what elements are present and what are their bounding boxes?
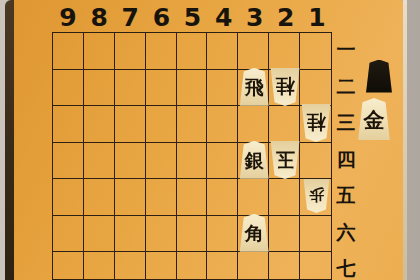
- column-label-7: 7: [114, 4, 145, 31]
- square-2-7[interactable]: [269, 252, 300, 280]
- piece-gote-pawn-15[interactable]: 歩: [303, 179, 330, 213]
- row-labels: 一二三四五六七: [334, 32, 358, 280]
- square-4-4[interactable]: [207, 143, 238, 180]
- square-2-1[interactable]: [269, 33, 300, 70]
- square-1-7[interactable]: [300, 252, 331, 280]
- piece-sente-silver-34[interactable]: 銀: [239, 141, 269, 179]
- square-5-1[interactable]: [177, 33, 208, 70]
- row-label-1: 一: [334, 32, 358, 69]
- square-5-4[interactable]: [177, 143, 208, 180]
- column-label-8: 8: [83, 4, 114, 31]
- piece-kanji: 桂: [307, 109, 326, 135]
- column-label-2: 2: [270, 4, 301, 31]
- square-4-6[interactable]: [207, 216, 238, 253]
- square-8-2[interactable]: [84, 70, 115, 107]
- column-label-9: 9: [52, 4, 83, 31]
- square-1-6[interactable]: [300, 216, 331, 253]
- piece-kanji: 銀: [245, 148, 264, 174]
- row-label-2: 二: [334, 69, 358, 106]
- square-9-3[interactable]: [53, 106, 84, 143]
- row-label-6: 六: [334, 215, 358, 252]
- piece-sente-rook-32[interactable]: 飛: [239, 68, 269, 106]
- square-6-5[interactable]: [146, 179, 177, 216]
- column-label-6: 6: [145, 4, 176, 31]
- square-6-6[interactable]: [146, 216, 177, 253]
- square-3-5[interactable]: [238, 179, 269, 216]
- column-labels: 987654321: [52, 4, 332, 31]
- column-label-1: 1: [301, 4, 332, 31]
- square-8-5[interactable]: [84, 179, 115, 216]
- square-4-5[interactable]: [207, 179, 238, 216]
- square-7-6[interactable]: [115, 216, 146, 253]
- square-6-2[interactable]: [146, 70, 177, 107]
- square-5-5[interactable]: [177, 179, 208, 216]
- square-5-2[interactable]: [177, 70, 208, 107]
- piece-kanji: 飛: [245, 75, 264, 101]
- square-3-3[interactable]: [238, 106, 269, 143]
- row-label-4: 四: [334, 142, 358, 179]
- piece-sente-gold-in-hand[interactable]: 金: [358, 98, 391, 140]
- square-1-2[interactable]: [300, 70, 331, 107]
- square-7-5[interactable]: [115, 179, 146, 216]
- square-9-1[interactable]: [53, 33, 84, 70]
- piece-kanji: 歩: [309, 186, 324, 205]
- piece-sente-bishop-36[interactable]: 角: [239, 214, 269, 252]
- square-9-5[interactable]: [53, 179, 84, 216]
- square-8-3[interactable]: [84, 106, 115, 143]
- square-7-7[interactable]: [115, 252, 146, 280]
- square-7-3[interactable]: [115, 106, 146, 143]
- square-6-7[interactable]: [146, 252, 177, 280]
- board-left-edge: [5, 0, 14, 280]
- square-7-4[interactable]: [115, 143, 146, 180]
- square-4-2[interactable]: [207, 70, 238, 107]
- square-6-4[interactable]: [146, 143, 177, 180]
- square-3-1[interactable]: [238, 33, 269, 70]
- column-label-5: 5: [176, 4, 207, 31]
- board-right-edge: [403, 0, 407, 280]
- square-9-2[interactable]: [53, 70, 84, 107]
- row-label-3: 三: [334, 105, 358, 142]
- row-label-5: 五: [334, 178, 358, 215]
- square-5-3[interactable]: [177, 106, 208, 143]
- square-4-7[interactable]: [207, 252, 238, 280]
- square-8-6[interactable]: [84, 216, 115, 253]
- square-4-3[interactable]: [207, 106, 238, 143]
- square-9-4[interactable]: [53, 143, 84, 180]
- square-5-7[interactable]: [177, 252, 208, 280]
- piece-kanji: 玉: [276, 146, 295, 172]
- square-9-6[interactable]: [53, 216, 84, 253]
- square-1-1[interactable]: [300, 33, 331, 70]
- square-8-1[interactable]: [84, 33, 115, 70]
- square-1-4[interactable]: [300, 143, 331, 180]
- photo-background: 987654321 一二三四五六七 飛桂桂銀玉歩角 金: [0, 0, 420, 280]
- square-3-7[interactable]: [238, 252, 269, 280]
- column-label-3: 3: [239, 4, 270, 31]
- square-2-3[interactable]: [269, 106, 300, 143]
- square-6-1[interactable]: [146, 33, 177, 70]
- square-5-6[interactable]: [177, 216, 208, 253]
- square-8-7[interactable]: [84, 252, 115, 280]
- square-9-7[interactable]: [53, 252, 84, 280]
- square-6-3[interactable]: [146, 106, 177, 143]
- square-2-5[interactable]: [269, 179, 300, 216]
- row-label-7: 七: [334, 251, 358, 280]
- square-8-4[interactable]: [84, 143, 115, 180]
- square-2-6[interactable]: [269, 216, 300, 253]
- piece-kanji: 金: [364, 106, 385, 134]
- square-4-1[interactable]: [207, 33, 238, 70]
- piece-kanji: 角: [245, 221, 264, 247]
- square-7-1[interactable]: [115, 33, 146, 70]
- column-label-4: 4: [208, 4, 239, 31]
- square-7-2[interactable]: [115, 70, 146, 107]
- piece-kanji: 桂: [276, 73, 295, 99]
- sente-marker-icon: [366, 60, 393, 93]
